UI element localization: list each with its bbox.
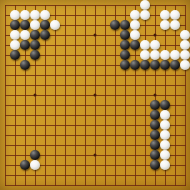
black-stone	[20, 20, 30, 30]
white-stone	[30, 10, 40, 20]
white-stone	[160, 140, 170, 150]
black-stone	[150, 120, 160, 130]
board-grid-line-vertical	[75, 5, 76, 186]
white-stone	[160, 20, 170, 30]
board-grid-line-vertical	[105, 5, 106, 186]
black-stone	[150, 140, 160, 150]
hoshi-point	[154, 34, 157, 37]
white-stone	[160, 150, 170, 160]
black-stone	[140, 60, 150, 70]
white-stone	[160, 120, 170, 130]
white-stone	[130, 10, 140, 20]
white-stone	[130, 20, 140, 30]
white-stone	[140, 10, 150, 20]
black-stone	[150, 110, 160, 120]
black-stone	[120, 20, 130, 30]
white-stone	[160, 10, 170, 20]
white-stone	[140, 0, 150, 10]
black-stone	[130, 40, 140, 50]
white-stone	[160, 130, 170, 140]
board-grid-line-vertical	[115, 5, 116, 186]
white-stone	[160, 110, 170, 120]
white-stone	[180, 30, 190, 40]
white-stone	[170, 20, 180, 30]
black-stone	[130, 60, 140, 70]
hoshi-point	[94, 94, 97, 97]
black-stone	[170, 60, 180, 70]
board-grid-line-horizontal	[5, 95, 186, 96]
black-stone	[40, 30, 50, 40]
board-grid-line-horizontal	[5, 175, 186, 176]
white-stone	[170, 50, 180, 60]
white-stone	[10, 40, 20, 50]
board-grid-line-horizontal	[5, 5, 186, 6]
black-stone	[20, 60, 30, 70]
white-stone	[10, 10, 20, 20]
black-stone	[20, 40, 30, 50]
white-stone	[50, 20, 60, 30]
white-stone	[10, 30, 20, 40]
black-stone	[120, 40, 130, 50]
board-grid-line-vertical	[95, 5, 96, 186]
hoshi-point	[154, 94, 157, 97]
board-grid-line-vertical	[5, 5, 6, 186]
white-stone	[160, 50, 170, 60]
white-stone	[20, 10, 30, 20]
board-grid-line-horizontal	[5, 85, 186, 86]
black-stone	[150, 160, 160, 170]
black-stone	[150, 130, 160, 140]
black-stone	[30, 30, 40, 40]
black-stone	[120, 50, 130, 60]
black-stone	[40, 20, 50, 30]
white-stone	[180, 60, 190, 70]
white-stone	[140, 50, 150, 60]
black-stone	[30, 150, 40, 160]
white-stone	[30, 160, 40, 170]
black-stone	[30, 40, 40, 50]
board-grid-line-vertical	[145, 5, 146, 186]
board-grid-line-vertical	[175, 5, 176, 186]
board-grid-line-horizontal	[5, 75, 186, 76]
board-grid-line-vertical	[55, 5, 56, 186]
white-stone	[20, 30, 30, 40]
go-app-window	[0, 0, 190, 190]
white-stone	[180, 50, 190, 60]
white-stone	[40, 10, 50, 20]
black-stone	[150, 100, 160, 110]
black-stone	[160, 60, 170, 70]
black-stone	[120, 30, 130, 40]
hoshi-point	[94, 154, 97, 157]
white-stone	[150, 50, 160, 60]
board-grid-line-vertical	[85, 5, 86, 186]
board-grid-line-vertical	[65, 5, 66, 186]
black-stone	[30, 50, 40, 60]
black-stone	[20, 160, 30, 170]
hoshi-point	[34, 94, 37, 97]
white-stone	[170, 10, 180, 20]
white-stone	[150, 40, 160, 50]
go-board[interactable]	[0, 0, 190, 190]
white-stone	[160, 160, 170, 170]
white-stone	[130, 30, 140, 40]
board-grid-line-horizontal	[5, 185, 186, 186]
black-stone	[160, 100, 170, 110]
black-stone	[10, 20, 20, 30]
black-stone	[110, 20, 120, 30]
white-stone	[140, 40, 150, 50]
black-stone	[10, 50, 20, 60]
black-stone	[120, 60, 130, 70]
black-stone	[150, 150, 160, 160]
black-stone	[150, 60, 160, 70]
white-stone	[180, 40, 190, 50]
hoshi-point	[94, 34, 97, 37]
white-stone	[30, 20, 40, 30]
